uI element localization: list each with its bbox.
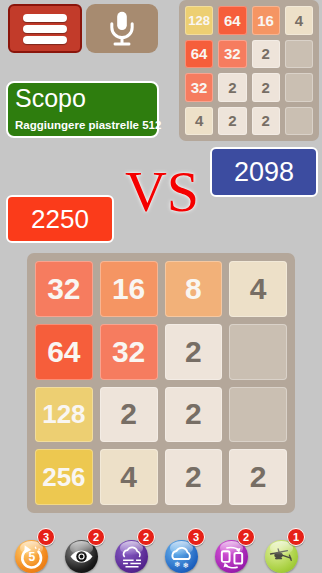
empty-cell	[285, 73, 313, 102]
tile-4: 4	[229, 261, 287, 317]
tile-2: 2	[218, 73, 246, 102]
powerup-count-badge: 2	[87, 528, 105, 546]
tile-64: 64	[35, 324, 93, 380]
opponent-board: 12864164643223222422	[179, 0, 319, 141]
tile-4: 4	[100, 449, 158, 505]
tile-2: 2	[100, 387, 158, 443]
empty-cell	[285, 107, 313, 136]
microphone-icon	[107, 10, 137, 48]
tile-2: 2	[165, 387, 223, 443]
tile-32: 32	[185, 73, 213, 102]
vs-label: VS	[122, 160, 202, 224]
player-board[interactable]: 3216846432212822256422	[27, 253, 295, 513]
tile-16: 16	[100, 261, 158, 317]
powerup-count-badge: 3	[187, 528, 205, 546]
mic-button[interactable]	[86, 4, 158, 53]
tile-2: 2	[252, 73, 280, 102]
powerup-helicopter[interactable]: 1	[265, 528, 307, 573]
tile-4: 4	[285, 6, 313, 35]
svg-text:❄: ❄	[174, 560, 180, 569]
tile-128: 128	[185, 6, 213, 35]
powerup-count-badge: 2	[237, 528, 255, 546]
svg-text:5: 5	[28, 550, 35, 564]
tile-64: 64	[185, 40, 213, 69]
tile-128: 128	[35, 387, 93, 443]
powerup-rewind-5[interactable]: 5 3	[15, 528, 57, 573]
powerup-swap[interactable]: 2	[215, 528, 257, 573]
tile-32: 32	[218, 40, 246, 69]
hamburger-menu-icon	[23, 36, 67, 44]
opponent-score: 2098	[210, 147, 318, 197]
tile-2: 2	[252, 40, 280, 69]
powerup-eye[interactable]: 2	[65, 528, 107, 573]
tile-32: 32	[35, 261, 93, 317]
menu-button[interactable]	[8, 4, 82, 53]
player-score: 2250	[6, 195, 114, 243]
tile-8: 8	[165, 261, 223, 317]
hamburger-menu-icon	[23, 14, 67, 22]
tile-16: 16	[252, 6, 280, 35]
goal-subtitle: Raggiungere piastrelle 512	[15, 119, 151, 131]
powerup-count-badge: 1	[287, 528, 305, 546]
powerup-count-badge: 3	[37, 528, 55, 546]
empty-cell	[285, 40, 313, 69]
powerup-count-badge: 2	[137, 528, 155, 546]
tile-2: 2	[252, 107, 280, 136]
tile-64: 64	[218, 6, 246, 35]
empty-cell	[229, 324, 287, 380]
svg-text:❄: ❄	[183, 561, 189, 570]
tile-4: 4	[185, 107, 213, 136]
goal-box: Scopo Raggiungere piastrelle 512	[6, 81, 159, 138]
powerup-fog[interactable]: 2	[115, 528, 157, 573]
empty-cell	[229, 387, 287, 443]
tile-256: 256	[35, 449, 93, 505]
tile-2: 2	[218, 107, 246, 136]
goal-title: Scopo	[15, 85, 151, 113]
game-screen: 12864164643223222422 Scopo Raggiungere p…	[0, 0, 322, 573]
tile-32: 32	[100, 324, 158, 380]
tile-2: 2	[165, 449, 223, 505]
hamburger-menu-icon	[23, 25, 67, 33]
tile-2: 2	[229, 449, 287, 505]
tile-2: 2	[165, 324, 223, 380]
powerup-snow[interactable]: ❄ ❄ 3	[165, 528, 207, 573]
